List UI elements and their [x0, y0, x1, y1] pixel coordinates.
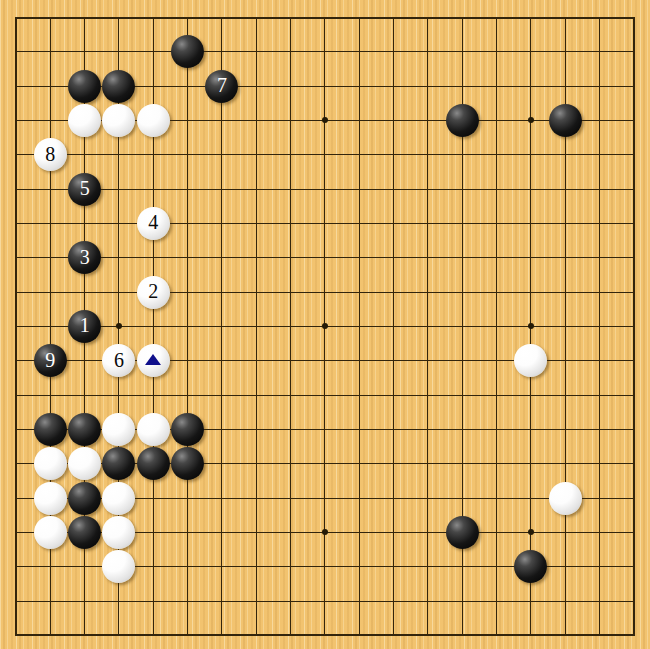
intersection[interactable]: [342, 206, 376, 240]
intersection[interactable]: [514, 0, 548, 34]
intersection[interactable]: [239, 0, 273, 34]
stone-black[interactable]: [446, 516, 479, 549]
intersection[interactable]: [136, 103, 170, 137]
intersection[interactable]: [548, 206, 582, 240]
intersection[interactable]: [308, 447, 342, 481]
intersection[interactable]: 4: [136, 206, 170, 240]
intersection[interactable]: [479, 412, 513, 446]
stone-white[interactable]: [68, 104, 101, 137]
intersection[interactable]: [170, 241, 204, 275]
intersection[interactable]: [308, 0, 342, 34]
intersection[interactable]: [411, 515, 445, 549]
stone-white[interactable]: [102, 104, 135, 137]
intersection[interactable]: [273, 69, 307, 103]
intersection[interactable]: [514, 412, 548, 446]
stone-black[interactable]: [171, 413, 204, 446]
intersection[interactable]: [548, 481, 582, 515]
intersection[interactable]: [548, 515, 582, 549]
stone-white[interactable]: [137, 344, 170, 377]
intersection[interactable]: [68, 618, 102, 649]
intersection[interactable]: [33, 515, 67, 549]
intersection[interactable]: [376, 584, 410, 618]
intersection[interactable]: [617, 206, 650, 240]
intersection[interactable]: [514, 378, 548, 412]
intersection[interactable]: [342, 138, 376, 172]
intersection[interactable]: 7: [205, 69, 239, 103]
intersection[interactable]: [479, 275, 513, 309]
intersection[interactable]: [0, 103, 33, 137]
intersection[interactable]: [33, 309, 67, 343]
intersection[interactable]: [548, 241, 582, 275]
intersection[interactable]: [205, 309, 239, 343]
intersection[interactable]: [445, 481, 479, 515]
intersection[interactable]: [411, 618, 445, 649]
intersection[interactable]: [582, 378, 616, 412]
intersection[interactable]: [205, 515, 239, 549]
intersection[interactable]: [548, 344, 582, 378]
intersection[interactable]: [136, 447, 170, 481]
intersection[interactable]: [617, 412, 650, 446]
intersection[interactable]: [514, 550, 548, 584]
intersection[interactable]: [617, 69, 650, 103]
intersection[interactable]: [411, 172, 445, 206]
intersection[interactable]: [342, 447, 376, 481]
intersection[interactable]: [136, 481, 170, 515]
intersection[interactable]: [376, 344, 410, 378]
intersection[interactable]: [342, 618, 376, 649]
intersection[interactable]: [136, 515, 170, 549]
intersection[interactable]: [170, 378, 204, 412]
intersection[interactable]: [617, 584, 650, 618]
intersection[interactable]: [239, 584, 273, 618]
intersection[interactable]: [514, 275, 548, 309]
intersection[interactable]: [617, 481, 650, 515]
intersection[interactable]: [239, 447, 273, 481]
intersection[interactable]: 3: [68, 241, 102, 275]
intersection[interactable]: [205, 206, 239, 240]
intersection[interactable]: [205, 550, 239, 584]
intersection[interactable]: [342, 584, 376, 618]
intersection[interactable]: [308, 550, 342, 584]
intersection[interactable]: [102, 172, 136, 206]
intersection[interactable]: [445, 515, 479, 549]
intersection[interactable]: [376, 412, 410, 446]
intersection[interactable]: [273, 618, 307, 649]
intersection[interactable]: [342, 69, 376, 103]
intersection[interactable]: [68, 275, 102, 309]
intersection[interactable]: [170, 275, 204, 309]
intersection[interactable]: [273, 309, 307, 343]
intersection[interactable]: [33, 241, 67, 275]
intersection[interactable]: [33, 206, 67, 240]
intersection[interactable]: [239, 206, 273, 240]
intersection[interactable]: [548, 447, 582, 481]
stone-black[interactable]: [549, 104, 582, 137]
intersection[interactable]: [136, 69, 170, 103]
intersection[interactable]: [308, 584, 342, 618]
intersection[interactable]: [445, 550, 479, 584]
intersection[interactable]: [205, 241, 239, 275]
intersection[interactable]: [102, 138, 136, 172]
intersection[interactable]: [0, 35, 33, 69]
intersection[interactable]: [582, 0, 616, 34]
intersection[interactable]: [0, 206, 33, 240]
intersection[interactable]: [582, 584, 616, 618]
intersection[interactable]: [68, 103, 102, 137]
intersection[interactable]: [308, 206, 342, 240]
intersection[interactable]: [445, 0, 479, 34]
intersection[interactable]: [308, 241, 342, 275]
intersection[interactable]: [411, 584, 445, 618]
intersection[interactable]: [617, 138, 650, 172]
intersection[interactable]: [479, 378, 513, 412]
intersection[interactable]: [548, 69, 582, 103]
intersection[interactable]: [239, 138, 273, 172]
intersection[interactable]: [582, 618, 616, 649]
intersection[interactable]: [170, 103, 204, 137]
intersection[interactable]: [0, 309, 33, 343]
intersection[interactable]: [273, 515, 307, 549]
intersection[interactable]: [445, 378, 479, 412]
intersection[interactable]: [376, 241, 410, 275]
intersection[interactable]: [0, 412, 33, 446]
intersection[interactable]: [205, 35, 239, 69]
intersection[interactable]: [582, 172, 616, 206]
intersection[interactable]: [68, 481, 102, 515]
intersection[interactable]: [205, 344, 239, 378]
intersection[interactable]: [411, 35, 445, 69]
intersection[interactable]: [273, 447, 307, 481]
intersection[interactable]: [239, 241, 273, 275]
intersection[interactable]: [617, 35, 650, 69]
intersection[interactable]: [0, 275, 33, 309]
intersection[interactable]: [170, 138, 204, 172]
intersection[interactable]: [0, 584, 33, 618]
intersection[interactable]: [205, 378, 239, 412]
intersection[interactable]: [617, 309, 650, 343]
stone-white[interactable]: [34, 447, 67, 480]
intersection[interactable]: [205, 447, 239, 481]
intersection[interactable]: [33, 69, 67, 103]
intersection[interactable]: [342, 0, 376, 34]
intersection[interactable]: [273, 344, 307, 378]
intersection[interactable]: [68, 412, 102, 446]
intersection[interactable]: [411, 412, 445, 446]
intersection[interactable]: [136, 584, 170, 618]
intersection[interactable]: [102, 378, 136, 412]
intersection[interactable]: [342, 550, 376, 584]
stone-black[interactable]: [446, 104, 479, 137]
intersection[interactable]: [514, 69, 548, 103]
stone-white-move-2[interactable]: 2: [137, 276, 170, 309]
intersection[interactable]: [273, 412, 307, 446]
stone-white[interactable]: [102, 550, 135, 583]
intersection[interactable]: [514, 618, 548, 649]
intersection[interactable]: [479, 309, 513, 343]
intersection[interactable]: [514, 481, 548, 515]
intersection[interactable]: [136, 0, 170, 34]
intersection[interactable]: [68, 344, 102, 378]
intersection[interactable]: [617, 550, 650, 584]
intersection[interactable]: [170, 412, 204, 446]
intersection[interactable]: [445, 206, 479, 240]
intersection[interactable]: [170, 515, 204, 549]
intersection[interactable]: [308, 618, 342, 649]
intersection[interactable]: [0, 515, 33, 549]
intersection[interactable]: [68, 69, 102, 103]
intersection[interactable]: [273, 378, 307, 412]
intersection[interactable]: [342, 515, 376, 549]
intersection[interactable]: [376, 138, 410, 172]
stone-black[interactable]: [102, 447, 135, 480]
intersection[interactable]: [308, 344, 342, 378]
intersection[interactable]: [0, 344, 33, 378]
intersection[interactable]: [376, 69, 410, 103]
intersection[interactable]: [342, 103, 376, 137]
intersection[interactable]: [308, 69, 342, 103]
intersection[interactable]: [136, 172, 170, 206]
intersection[interactable]: [582, 481, 616, 515]
intersection[interactable]: [136, 412, 170, 446]
intersection[interactable]: [514, 584, 548, 618]
intersection[interactable]: [273, 35, 307, 69]
intersection[interactable]: [136, 241, 170, 275]
intersection[interactable]: [205, 275, 239, 309]
intersection[interactable]: [308, 309, 342, 343]
intersection[interactable]: [548, 584, 582, 618]
intersection[interactable]: [0, 69, 33, 103]
intersection[interactable]: [479, 618, 513, 649]
stone-white[interactable]: [549, 482, 582, 515]
intersection[interactable]: [239, 550, 273, 584]
intersection[interactable]: [548, 138, 582, 172]
intersection[interactable]: [479, 550, 513, 584]
intersection[interactable]: [33, 378, 67, 412]
stone-white[interactable]: [34, 516, 67, 549]
intersection[interactable]: [582, 275, 616, 309]
intersection[interactable]: [170, 172, 204, 206]
intersection[interactable]: [102, 206, 136, 240]
intersection[interactable]: [514, 447, 548, 481]
intersection[interactable]: [33, 618, 67, 649]
intersection[interactable]: [548, 275, 582, 309]
intersection[interactable]: [273, 241, 307, 275]
intersection[interactable]: [514, 241, 548, 275]
intersection[interactable]: [239, 69, 273, 103]
intersection[interactable]: [376, 275, 410, 309]
intersection[interactable]: [514, 138, 548, 172]
intersection[interactable]: [582, 35, 616, 69]
intersection[interactable]: [0, 138, 33, 172]
intersection[interactable]: [205, 584, 239, 618]
intersection[interactable]: [617, 378, 650, 412]
intersection[interactable]: [445, 35, 479, 69]
intersection[interactable]: [445, 584, 479, 618]
stone-black[interactable]: [102, 70, 135, 103]
intersection[interactable]: [548, 550, 582, 584]
stone-white[interactable]: [34, 482, 67, 515]
intersection[interactable]: [0, 378, 33, 412]
go-board[interactable]: 785432196: [0, 0, 650, 649]
intersection[interactable]: [205, 0, 239, 34]
intersection[interactable]: [617, 515, 650, 549]
intersection[interactable]: [445, 309, 479, 343]
intersection[interactable]: [0, 0, 33, 34]
intersection[interactable]: [342, 241, 376, 275]
intersection[interactable]: [411, 447, 445, 481]
stone-white[interactable]: [137, 104, 170, 137]
intersection[interactable]: [239, 618, 273, 649]
intersection[interactable]: [514, 309, 548, 343]
intersection[interactable]: [68, 138, 102, 172]
stone-black-move-7[interactable]: 7: [205, 70, 238, 103]
intersection[interactable]: [102, 103, 136, 137]
intersection[interactable]: [617, 275, 650, 309]
intersection[interactable]: [445, 275, 479, 309]
intersection[interactable]: [479, 584, 513, 618]
intersection[interactable]: [33, 550, 67, 584]
intersection[interactable]: [170, 447, 204, 481]
intersection[interactable]: [239, 515, 273, 549]
stone-white[interactable]: [102, 413, 135, 446]
intersection[interactable]: [582, 69, 616, 103]
intersection[interactable]: [33, 35, 67, 69]
intersection[interactable]: [411, 206, 445, 240]
intersection[interactable]: [445, 241, 479, 275]
intersection[interactable]: [582, 550, 616, 584]
stone-white[interactable]: [102, 482, 135, 515]
intersection[interactable]: [136, 309, 170, 343]
intersection[interactable]: [342, 481, 376, 515]
stone-white-move-8[interactable]: 8: [34, 138, 67, 171]
intersection[interactable]: [376, 378, 410, 412]
intersection[interactable]: [411, 103, 445, 137]
intersection[interactable]: [548, 378, 582, 412]
intersection[interactable]: [582, 138, 616, 172]
intersection[interactable]: [582, 447, 616, 481]
intersection[interactable]: [33, 172, 67, 206]
intersection[interactable]: [514, 344, 548, 378]
intersection[interactable]: [68, 206, 102, 240]
stone-black[interactable]: [171, 447, 204, 480]
intersection[interactable]: [617, 0, 650, 34]
intersection[interactable]: [411, 378, 445, 412]
intersection[interactable]: [68, 0, 102, 34]
intersection[interactable]: [136, 35, 170, 69]
intersection[interactable]: [479, 0, 513, 34]
intersection[interactable]: [411, 138, 445, 172]
intersection[interactable]: [68, 35, 102, 69]
intersection[interactable]: [617, 447, 650, 481]
intersection[interactable]: [239, 344, 273, 378]
intersection[interactable]: [445, 172, 479, 206]
intersection[interactable]: [273, 275, 307, 309]
intersection[interactable]: [479, 138, 513, 172]
intersection[interactable]: [308, 275, 342, 309]
intersection[interactable]: [0, 481, 33, 515]
intersection[interactable]: [479, 35, 513, 69]
intersection[interactable]: [205, 103, 239, 137]
intersection[interactable]: [102, 241, 136, 275]
intersection[interactable]: 2: [136, 275, 170, 309]
intersection[interactable]: [548, 103, 582, 137]
intersection[interactable]: [68, 584, 102, 618]
intersection[interactable]: [33, 584, 67, 618]
intersection[interactable]: [136, 378, 170, 412]
intersection[interactable]: [170, 35, 204, 69]
intersection[interactable]: [0, 618, 33, 649]
intersection[interactable]: [0, 447, 33, 481]
intersection[interactable]: [102, 447, 136, 481]
intersection[interactable]: [376, 103, 410, 137]
stone-black[interactable]: [514, 550, 547, 583]
intersection[interactable]: [479, 241, 513, 275]
intersection[interactable]: [514, 103, 548, 137]
intersection[interactable]: [102, 275, 136, 309]
intersection[interactable]: [617, 618, 650, 649]
intersection[interactable]: [136, 344, 170, 378]
stone-black[interactable]: [137, 447, 170, 480]
intersection[interactable]: [376, 447, 410, 481]
intersection[interactable]: [33, 275, 67, 309]
intersection[interactable]: [582, 103, 616, 137]
stone-white[interactable]: [137, 413, 170, 446]
stone-black[interactable]: [68, 70, 101, 103]
intersection[interactable]: [582, 412, 616, 446]
intersection[interactable]: [102, 550, 136, 584]
stone-black-move-3[interactable]: 3: [68, 241, 101, 274]
intersection[interactable]: [205, 172, 239, 206]
intersection[interactable]: 9: [33, 344, 67, 378]
stone-black[interactable]: [68, 413, 101, 446]
intersection[interactable]: [479, 344, 513, 378]
intersection[interactable]: [411, 0, 445, 34]
stone-white[interactable]: [102, 516, 135, 549]
intersection[interactable]: [33, 481, 67, 515]
intersection[interactable]: [376, 206, 410, 240]
intersection[interactable]: [239, 172, 273, 206]
intersection[interactable]: [102, 35, 136, 69]
intersection[interactable]: [479, 103, 513, 137]
intersection[interactable]: [170, 584, 204, 618]
intersection[interactable]: [376, 172, 410, 206]
intersection[interactable]: [342, 172, 376, 206]
intersection[interactable]: [170, 206, 204, 240]
intersection[interactable]: [170, 481, 204, 515]
intersection[interactable]: [33, 0, 67, 34]
intersection[interactable]: [273, 206, 307, 240]
intersection[interactable]: [239, 103, 273, 137]
intersection[interactable]: [548, 618, 582, 649]
intersection[interactable]: [376, 550, 410, 584]
intersection[interactable]: [479, 515, 513, 549]
intersection[interactable]: [445, 103, 479, 137]
intersection[interactable]: [376, 481, 410, 515]
stone-white-move-6[interactable]: 6: [102, 344, 135, 377]
intersection[interactable]: [239, 412, 273, 446]
intersection[interactable]: [102, 69, 136, 103]
intersection[interactable]: [68, 378, 102, 412]
stone-black[interactable]: [68, 516, 101, 549]
intersection[interactable]: [548, 0, 582, 34]
intersection[interactable]: [548, 172, 582, 206]
intersection[interactable]: [239, 378, 273, 412]
intersection[interactable]: [617, 103, 650, 137]
stone-white[interactable]: [68, 447, 101, 480]
intersection[interactable]: [273, 584, 307, 618]
stone-black-move-9[interactable]: 9: [34, 344, 67, 377]
intersection[interactable]: [273, 0, 307, 34]
